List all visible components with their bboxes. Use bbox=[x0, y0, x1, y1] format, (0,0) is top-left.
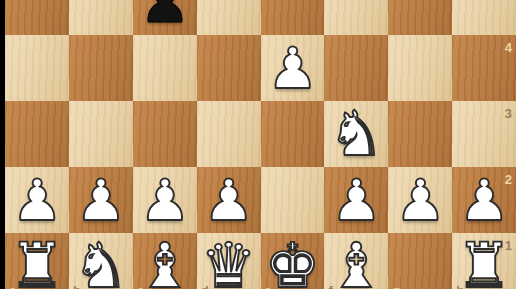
square-b2[interactable]: ♟ bbox=[69, 167, 133, 233]
white-king-piece: ♚ bbox=[265, 233, 321, 289]
square-d1[interactable]: ♛d bbox=[197, 233, 261, 289]
white-rook-piece: ♜ bbox=[9, 233, 65, 289]
square-c1[interactable]: ♝c bbox=[133, 233, 197, 289]
letterbox-bar bbox=[0, 0, 5, 289]
square-b5[interactable] bbox=[69, 0, 133, 35]
chessboard: ♟5♟4♞3♟♟♟♟♟♟♟2♜a♞b♝c♛d♚e♝fg♜1h bbox=[5, 0, 516, 289]
square-e2[interactable] bbox=[261, 167, 325, 233]
square-a5[interactable] bbox=[5, 0, 69, 35]
white-pawn-piece: ♟ bbox=[139, 167, 190, 233]
white-pawn-piece: ♟ bbox=[75, 167, 126, 233]
square-e1[interactable]: ♚e bbox=[261, 233, 325, 289]
square-c3[interactable] bbox=[133, 101, 197, 167]
square-a4[interactable] bbox=[5, 35, 69, 101]
square-f3[interactable]: ♞ bbox=[324, 101, 388, 167]
white-pawn-piece: ♟ bbox=[331, 167, 382, 233]
square-d4[interactable] bbox=[197, 35, 261, 101]
square-c5[interactable]: ♟ bbox=[133, 0, 197, 35]
square-h3[interactable]: 3 bbox=[452, 101, 516, 167]
square-g3[interactable] bbox=[388, 101, 452, 167]
square-d3[interactable] bbox=[197, 101, 261, 167]
square-f1[interactable]: ♝f bbox=[324, 233, 388, 289]
square-h5[interactable]: 5 bbox=[452, 0, 516, 35]
square-g5[interactable] bbox=[388, 0, 452, 35]
square-a3[interactable] bbox=[5, 101, 69, 167]
square-g2[interactable]: ♟ bbox=[388, 167, 452, 233]
square-c4[interactable] bbox=[133, 35, 197, 101]
white-pawn-piece: ♟ bbox=[11, 167, 62, 233]
rank-label-3: 3 bbox=[505, 107, 512, 120]
square-b1[interactable]: ♞b bbox=[69, 233, 133, 289]
square-a1[interactable]: ♜a bbox=[5, 233, 69, 289]
white-bishop-piece: ♝ bbox=[137, 233, 193, 289]
square-h4[interactable]: 4 bbox=[452, 35, 516, 101]
square-e3[interactable] bbox=[261, 101, 325, 167]
rank-label-4: 4 bbox=[505, 41, 512, 54]
black-pawn-piece: ♟ bbox=[139, 0, 190, 35]
square-e5[interactable] bbox=[261, 0, 325, 35]
file-label-g: g bbox=[392, 284, 400, 289]
square-g4[interactable] bbox=[388, 35, 452, 101]
square-b4[interactable] bbox=[69, 35, 133, 101]
square-c2[interactable]: ♟ bbox=[133, 167, 197, 233]
white-pawn-piece: ♟ bbox=[395, 167, 446, 233]
white-rook-piece: ♜ bbox=[456, 233, 512, 289]
square-g1[interactable]: g bbox=[388, 233, 452, 289]
white-knight-piece: ♞ bbox=[329, 101, 385, 167]
square-h1[interactable]: ♜1h bbox=[452, 233, 516, 289]
square-h2[interactable]: ♟2 bbox=[452, 167, 516, 233]
white-pawn-piece: ♟ bbox=[267, 35, 318, 101]
board-viewport: ♟5♟4♞3♟♟♟♟♟♟♟2♜a♞b♝c♛d♚e♝fg♜1h bbox=[0, 0, 516, 289]
white-queen-piece: ♛ bbox=[201, 233, 257, 289]
square-d2[interactable]: ♟ bbox=[197, 167, 261, 233]
square-d5[interactable] bbox=[197, 0, 261, 35]
square-b3[interactable] bbox=[69, 101, 133, 167]
white-pawn-piece: ♟ bbox=[459, 167, 510, 233]
square-f2[interactable]: ♟ bbox=[324, 167, 388, 233]
white-bishop-piece: ♝ bbox=[329, 233, 385, 289]
square-f4[interactable] bbox=[324, 35, 388, 101]
square-e4[interactable]: ♟ bbox=[261, 35, 325, 101]
square-a2[interactable]: ♟ bbox=[5, 167, 69, 233]
white-knight-piece: ♞ bbox=[73, 233, 129, 289]
white-pawn-piece: ♟ bbox=[203, 167, 254, 233]
square-f5[interactable] bbox=[324, 0, 388, 35]
